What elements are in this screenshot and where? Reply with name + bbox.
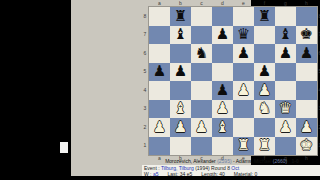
stats-line: W : a5Last: 34 e5Length: 40Material: 0	[144, 171, 266, 177]
square-d3[interactable]: ♟	[212, 100, 233, 119]
square-a2[interactable]: ♟	[149, 118, 170, 137]
square-h6[interactable]: ♟	[296, 44, 317, 63]
square-f5[interactable]: ♟	[254, 63, 275, 82]
square-c8[interactable]	[191, 7, 212, 26]
square-b5[interactable]: ♟	[170, 63, 191, 82]
coord-label-3: 3	[144, 100, 147, 119]
square-a3[interactable]	[149, 100, 170, 119]
square-a4[interactable]	[149, 81, 170, 100]
game-result: 1-0	[292, 158, 299, 164]
square-e1[interactable]: ♜	[233, 137, 254, 156]
black-pawn-h6: ♟	[300, 46, 313, 61]
square-a7[interactable]	[149, 26, 170, 45]
black-player-elo: (2660)	[273, 158, 287, 164]
players-line: Morozevich, Alexander (2595) - Adams, Mi…	[142, 158, 320, 164]
white-pawn-f4: ♟	[258, 83, 271, 98]
left-edge-marker	[60, 142, 68, 153]
coord-label-f: f	[254, 1, 275, 6]
black-pawn-a5: ♟	[153, 64, 166, 79]
square-c7[interactable]	[191, 26, 212, 45]
coord-label-d: d	[212, 1, 233, 6]
white-pawn-e4: ♟	[237, 83, 250, 98]
white-rook-e1: ♜	[237, 138, 250, 153]
square-f4[interactable]: ♟	[254, 81, 275, 100]
square-c1[interactable]	[191, 137, 212, 156]
coord-label-a: a	[149, 1, 170, 6]
square-d5[interactable]	[212, 63, 233, 82]
square-d7[interactable]: ♟	[212, 26, 233, 45]
black-rook-b8: ♜	[174, 9, 187, 24]
black-king-h7: ♚	[300, 27, 313, 42]
coord-label-g: g	[275, 1, 296, 6]
white-rook-f1: ♜	[258, 138, 271, 153]
stat-length-label: Length:	[201, 171, 218, 177]
square-b2[interactable]: ♟	[170, 118, 191, 137]
square-h3[interactable]	[296, 100, 317, 119]
square-f1[interactable]: ♜	[254, 137, 275, 156]
square-e4[interactable]: ♟	[233, 81, 254, 100]
square-c5[interactable]	[191, 63, 212, 82]
square-f7[interactable]	[254, 26, 275, 45]
square-h2[interactable]: ♟	[296, 118, 317, 137]
square-g3[interactable]: ♛	[275, 100, 296, 119]
black-pawn-d4: ♟	[216, 83, 229, 98]
white-pawn-d3: ♟	[216, 101, 229, 116]
white-pawn-g2: ♟	[279, 120, 292, 135]
square-g6[interactable]: ♟	[275, 44, 296, 63]
black-bishop-b7: ♝	[174, 27, 187, 42]
square-e6[interactable]: ♟	[233, 44, 254, 63]
stat-material-label: Material:	[234, 171, 253, 177]
video-frame: abcdefgh 87654321 87654321 abcdefgh ♜♜♝♟…	[0, 0, 320, 180]
white-player-elo: (2595)	[217, 158, 231, 164]
black-player-name: Adams, Michael	[236, 158, 272, 164]
square-c2[interactable]: ♟	[191, 118, 212, 137]
white-bishop-d2: ♝	[216, 120, 229, 135]
square-h4[interactable]	[296, 81, 317, 100]
square-g7[interactable]: ♝	[275, 26, 296, 45]
square-g4[interactable]	[275, 81, 296, 100]
square-b7[interactable]: ♝	[170, 26, 191, 45]
coord-label-1: 1	[144, 137, 147, 156]
square-a5[interactable]: ♟	[149, 63, 170, 82]
black-bishop-g7: ♝	[279, 27, 292, 42]
square-d6[interactable]	[212, 44, 233, 63]
square-g5[interactable]	[275, 63, 296, 82]
black-queen-e7: ♛	[237, 27, 250, 42]
coord-label-c: c	[191, 1, 212, 6]
square-f6[interactable]	[254, 44, 275, 63]
square-f8[interactable]: ♜	[254, 7, 275, 26]
white-queen-g3: ♛	[279, 101, 292, 116]
black-pawn-b5: ♟	[174, 64, 187, 79]
square-e7[interactable]: ♛	[233, 26, 254, 45]
info-strip: Event : Tilburg, Tilburg (1994) Round 8 …	[142, 165, 320, 177]
white-pawn-b2: ♟	[174, 120, 187, 135]
coord-label-6: 6	[144, 44, 147, 63]
black-rook-f8: ♜	[258, 9, 271, 24]
black-knight-c6: ♞	[195, 46, 208, 61]
square-f3[interactable]: ♞	[254, 100, 275, 119]
square-a8[interactable]	[149, 7, 170, 26]
square-g2[interactable]: ♟	[275, 118, 296, 137]
square-c3[interactable]	[191, 100, 212, 119]
chess-board: ♜♜♝♟♛♝♚♞♟♟♟♟♟♟♟♟♟♝♟♞♛♟♟♟♝♟♟♜♜♚	[149, 7, 317, 155]
coord-label-h: h	[296, 1, 317, 6]
square-h5[interactable]	[296, 63, 317, 82]
black-pawn-g6: ♟	[279, 46, 292, 61]
stat-last-value: 34 e5	[180, 171, 193, 177]
square-c4[interactable]	[191, 81, 212, 100]
square-e8[interactable]	[233, 7, 254, 26]
coord-label-b: b	[170, 1, 191, 6]
chess-viewer-panel: abcdefgh 87654321 87654321 abcdefgh ♜♜♝♟…	[71, 0, 251, 176]
square-g8[interactable]	[275, 7, 296, 26]
stat-side-value: a5	[153, 171, 159, 177]
coord-label-5: 5	[144, 63, 147, 82]
square-h7[interactable]: ♚	[296, 26, 317, 45]
square-c6[interactable]: ♞	[191, 44, 212, 63]
square-b6[interactable]	[170, 44, 191, 63]
square-e3[interactable]	[233, 100, 254, 119]
square-d4[interactable]: ♟	[212, 81, 233, 100]
coord-label-2: 2	[144, 118, 147, 137]
white-player-name: Morozevich, Alexander	[165, 158, 216, 164]
square-h8[interactable]	[296, 7, 317, 26]
white-knight-f3: ♞	[258, 101, 271, 116]
square-b1[interactable]	[170, 137, 191, 156]
square-f2[interactable]	[254, 118, 275, 137]
white-pawn-h2: ♟	[300, 120, 313, 135]
coord-label-4: 4	[144, 81, 147, 100]
square-g1[interactable]	[275, 137, 296, 156]
stat-side-label: W :	[144, 171, 152, 177]
square-b4[interactable]	[170, 81, 191, 100]
square-b3[interactable]: ♝	[170, 100, 191, 119]
square-d2[interactable]: ♝	[212, 118, 233, 137]
black-pawn-f5: ♟	[258, 64, 271, 79]
black-pawn-d7: ♟	[216, 27, 229, 42]
white-king-h1: ♚	[300, 138, 313, 153]
stat-material-value: 0	[254, 171, 257, 177]
square-b8[interactable]: ♜	[170, 7, 191, 26]
square-d1[interactable]	[212, 137, 233, 156]
square-e2[interactable]	[233, 118, 254, 137]
square-d8[interactable]	[212, 7, 233, 26]
black-pawn-e6: ♟	[237, 46, 250, 61]
white-bishop-b3: ♝	[174, 101, 187, 116]
players-separator: -	[233, 158, 235, 164]
coord-label-7: 7	[144, 26, 147, 45]
file-labels-top: abcdefgh	[149, 1, 317, 6]
square-a6[interactable]	[149, 44, 170, 63]
coord-label-e: e	[233, 1, 254, 6]
stat-last-label: Last:	[167, 171, 178, 177]
coord-label-8: 8	[144, 7, 147, 26]
stat-length-value: 40	[219, 171, 225, 177]
white-pawn-a2: ♟	[153, 120, 166, 135]
square-h1[interactable]: ♚	[296, 137, 317, 156]
rank-labels-left: 87654321	[144, 7, 147, 155]
square-e5[interactable]	[233, 63, 254, 82]
white-pawn-c2: ♟	[195, 120, 208, 135]
square-a1[interactable]	[149, 137, 170, 156]
